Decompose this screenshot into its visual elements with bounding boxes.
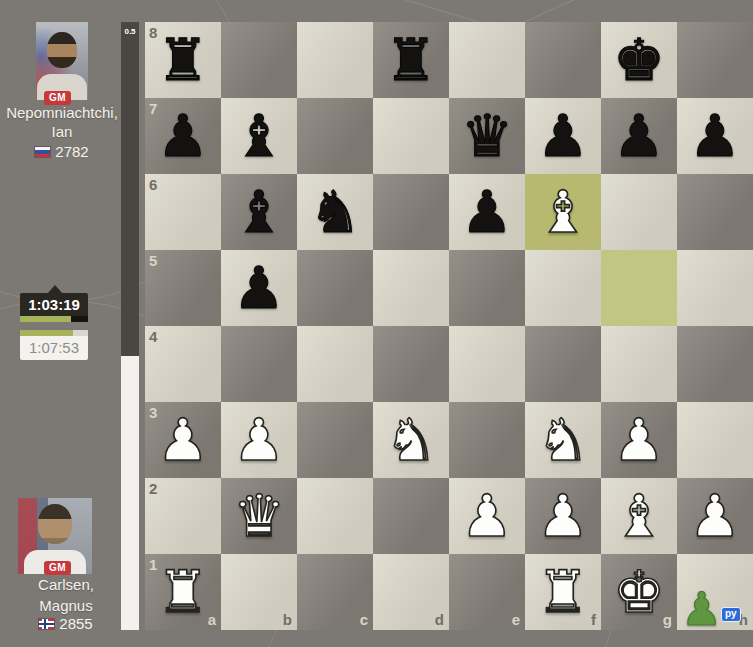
black-bishop: ♝	[221, 174, 297, 250]
top-player-clock: 1:03:19	[20, 293, 88, 316]
square-b2[interactable]: ♛	[221, 478, 297, 554]
square-e4[interactable]	[449, 326, 525, 402]
top-clock-progress	[20, 316, 88, 322]
russia-flag-icon	[35, 147, 50, 157]
white-pawn: ♟	[221, 402, 297, 478]
square-a2[interactable]: 2	[145, 478, 221, 554]
norway-flag-icon	[39, 619, 54, 629]
rank-label-5: 5	[149, 253, 157, 268]
square-f3[interactable]: ♞	[525, 402, 601, 478]
square-c7[interactable]	[297, 98, 373, 174]
square-f6[interactable]: ♝	[525, 174, 601, 250]
square-e7[interactable]: ♛	[449, 98, 525, 174]
rank-label-3: 3	[149, 405, 157, 420]
square-c3[interactable]	[297, 402, 373, 478]
black-pawn: ♟	[601, 98, 677, 174]
square-d7[interactable]	[373, 98, 449, 174]
black-pawn: ♟	[449, 174, 525, 250]
square-d4[interactable]	[373, 326, 449, 402]
square-a7[interactable]: 7♟	[145, 98, 221, 174]
square-c2[interactable]	[297, 478, 373, 554]
bottom-player-clock: 1:07:53	[20, 336, 88, 360]
square-a5[interactable]: 5	[145, 250, 221, 326]
square-d8[interactable]: ♜	[373, 22, 449, 98]
black-king: ♚	[601, 22, 677, 98]
file-label-c: c	[360, 612, 368, 627]
square-f1[interactable]: f♜	[525, 554, 601, 630]
rank-label-2: 2	[149, 481, 157, 496]
player-top-name: Nepomniachtchi, Ian	[0, 103, 124, 141]
white-pawn: ♟	[525, 478, 601, 554]
square-g7[interactable]: ♟	[601, 98, 677, 174]
file-label-b: b	[283, 612, 292, 627]
black-bishop: ♝	[221, 98, 297, 174]
white-knight: ♞	[525, 402, 601, 478]
square-a6[interactable]: 6	[145, 174, 221, 250]
file-label-a: a	[208, 612, 216, 627]
file-label-e: e	[512, 612, 520, 627]
eval-bar-white-fill	[121, 356, 139, 630]
square-e1[interactable]: e	[449, 554, 525, 630]
rank-label-8: 8	[149, 25, 157, 40]
square-g8[interactable]: ♚	[601, 22, 677, 98]
square-d6[interactable]	[373, 174, 449, 250]
player-top-name-line2: Ian	[0, 122, 124, 141]
site-logo-pawn-icon[interactable]: ♟	[681, 586, 722, 632]
square-d5[interactable]	[373, 250, 449, 326]
square-e3[interactable]	[449, 402, 525, 478]
square-g5[interactable]	[601, 250, 677, 326]
square-g1[interactable]: g♚	[601, 554, 677, 630]
square-h8[interactable]	[677, 22, 753, 98]
file-label-f: f	[591, 612, 596, 627]
square-g4[interactable]	[601, 326, 677, 402]
square-b5[interactable]: ♟	[221, 250, 297, 326]
square-b1[interactable]: b	[221, 554, 297, 630]
eval-score-label: 0.5	[121, 27, 139, 36]
square-e2[interactable]: ♟	[449, 478, 525, 554]
square-h7[interactable]: ♟	[677, 98, 753, 174]
white-pawn: ♟	[601, 402, 677, 478]
square-f7[interactable]: ♟	[525, 98, 601, 174]
square-a1[interactable]: 1a♜	[145, 554, 221, 630]
rank-label-1: 1	[149, 557, 157, 572]
square-c8[interactable]	[297, 22, 373, 98]
player-bottom-name-line1: Carlsen,	[0, 574, 132, 595]
square-g2[interactable]: ♝	[601, 478, 677, 554]
player-top-rating: 2782	[55, 143, 88, 160]
eval-bar: 0.5	[121, 22, 139, 630]
square-c1[interactable]: c	[297, 554, 373, 630]
square-g6[interactable]	[601, 174, 677, 250]
square-c5[interactable]	[297, 250, 373, 326]
player-top-photo	[36, 22, 88, 100]
white-pawn: ♟	[449, 478, 525, 554]
rank-label-7: 7	[149, 101, 157, 116]
player-top-photo-head	[47, 32, 77, 68]
black-pawn: ♟	[677, 98, 753, 174]
chess-board: 8♜♜♚7♟♝♛♟♟♟6♝♞♟♝5♟43♟♟♞♞♟2♛♟♟♝♟1a♜bcdef♜…	[145, 22, 753, 630]
white-rook: ♜	[525, 554, 601, 630]
player-bottom-name-line2: Magnus	[0, 595, 132, 616]
square-c4[interactable]	[297, 326, 373, 402]
square-f8[interactable]	[525, 22, 601, 98]
square-d1[interactable]: d	[373, 554, 449, 630]
player-bottom-name: Carlsen, Magnus	[0, 574, 132, 616]
square-a4[interactable]: 4	[145, 326, 221, 402]
player-bottom-photo-head	[38, 504, 72, 544]
square-h2[interactable]: ♟	[677, 478, 753, 554]
player-bottom-title-badge: GM	[44, 561, 71, 575]
square-d2[interactable]	[373, 478, 449, 554]
square-f2[interactable]: ♟	[525, 478, 601, 554]
square-b6[interactable]: ♝	[221, 174, 297, 250]
square-h4[interactable]	[677, 326, 753, 402]
broadcast-window: GM Nepomniachtchi, Ian 2782 1:03:19 1:07…	[0, 0, 753, 647]
square-f4[interactable]	[525, 326, 601, 402]
black-pawn: ♟	[525, 98, 601, 174]
white-queen: ♛	[221, 478, 297, 554]
white-pawn: ♟	[677, 478, 753, 554]
square-c6[interactable]: ♞	[297, 174, 373, 250]
square-b4[interactable]	[221, 326, 297, 402]
black-rook: ♜	[373, 22, 449, 98]
square-a8[interactable]: 8♜	[145, 22, 221, 98]
square-h6[interactable]	[677, 174, 753, 250]
player-top-rating-row: 2782	[0, 143, 124, 160]
square-b3[interactable]: ♟	[221, 402, 297, 478]
top-clock-progress-fill	[20, 316, 71, 322]
square-e8[interactable]	[449, 22, 525, 98]
square-b8[interactable]	[221, 22, 297, 98]
player-bottom-rating: 2855	[59, 615, 92, 632]
file-label-d: d	[435, 612, 444, 627]
black-queen: ♛	[449, 98, 525, 174]
square-a3[interactable]: 3♟	[145, 402, 221, 478]
rank-label-6: 6	[149, 177, 157, 192]
square-e6[interactable]: ♟	[449, 174, 525, 250]
site-logo-badge[interactable]: ру	[721, 607, 741, 622]
player-bottom-rating-row: 2855	[0, 615, 132, 632]
white-bishop: ♝	[525, 174, 601, 250]
square-h1[interactable]: h♟ру	[677, 554, 753, 630]
player-top-name-line1: Nepomniachtchi,	[0, 103, 124, 122]
white-bishop: ♝	[601, 478, 677, 554]
square-d3[interactable]: ♞	[373, 402, 449, 478]
square-f5[interactable]	[525, 250, 601, 326]
file-label-g: g	[663, 612, 672, 627]
rank-label-4: 4	[149, 329, 157, 344]
black-pawn: ♟	[221, 250, 297, 326]
white-knight: ♞	[373, 402, 449, 478]
square-h5[interactable]	[677, 250, 753, 326]
square-h3[interactable]	[677, 402, 753, 478]
square-b7[interactable]: ♝	[221, 98, 297, 174]
square-g3[interactable]: ♟	[601, 402, 677, 478]
square-e5[interactable]	[449, 250, 525, 326]
black-knight: ♞	[297, 174, 373, 250]
